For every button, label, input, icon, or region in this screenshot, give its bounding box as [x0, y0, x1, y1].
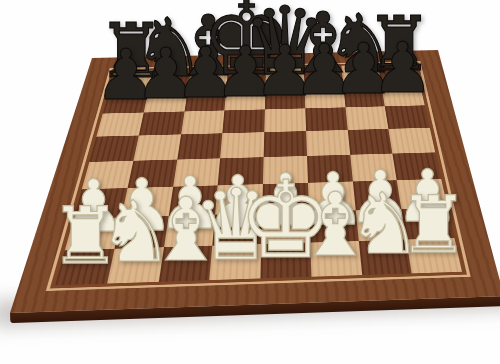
piece-black-pawn-h7: ♟: [371, 33, 434, 103]
pieces-layer: ♜♞♝♚♛♝♞♜♟♟♟♟♟♟♟♟♟♟♟♟♟♟♟♟♜♞♝♛♚♝♞♜: [0, 0, 500, 364]
piece-white-rook-h1: ♜: [398, 186, 469, 265]
photo-canvas: ♜♞♝♚♛♝♞♜♟♟♟♟♟♟♟♟♟♟♟♟♟♟♟♟♜♞♝♛♚♝♞♜: [0, 0, 500, 364]
